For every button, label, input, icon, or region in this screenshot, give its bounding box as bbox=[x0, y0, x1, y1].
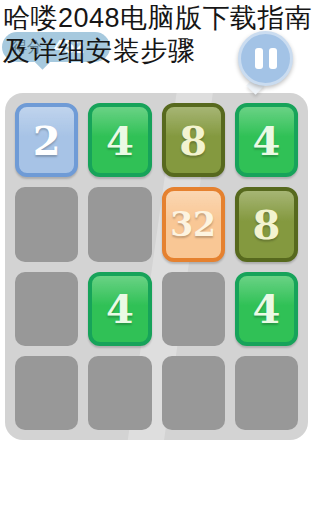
board[interactable]: 248432844 bbox=[5, 93, 308, 440]
tile-value: 32 bbox=[170, 205, 216, 244]
tile-value: 4 bbox=[106, 285, 134, 332]
empty-cell bbox=[88, 187, 151, 261]
tile-8: 8 bbox=[162, 103, 225, 177]
tile-4: 4 bbox=[235, 103, 298, 177]
tile-4: 4 bbox=[235, 272, 298, 346]
tile-8: 8 bbox=[235, 187, 298, 261]
page-title: 哈喽2048电脑版下载指南 及详细安装步骤 bbox=[3, 2, 313, 69]
empty-cell bbox=[162, 356, 225, 430]
tile-value: 4 bbox=[252, 285, 280, 332]
tile-32: 32 bbox=[162, 187, 225, 261]
tile-value: 8 bbox=[252, 201, 280, 248]
page-title-line2: 及详细安装步骤 bbox=[3, 35, 313, 68]
empty-cell bbox=[162, 272, 225, 346]
page-title-line1: 哈喽2048电脑版下载指南 bbox=[3, 2, 313, 35]
tile-value: 4 bbox=[252, 117, 280, 164]
tile-value: 4 bbox=[106, 117, 134, 164]
empty-cell bbox=[15, 272, 78, 346]
tile-value: 2 bbox=[33, 117, 61, 164]
tile-4: 4 bbox=[88, 103, 151, 177]
empty-cell bbox=[15, 187, 78, 261]
tile-2: 2 bbox=[15, 103, 78, 177]
empty-cell bbox=[235, 356, 298, 430]
empty-cell bbox=[88, 356, 151, 430]
tile-value: 8 bbox=[179, 117, 207, 164]
empty-cell bbox=[15, 356, 78, 430]
tile-4: 4 bbox=[88, 272, 151, 346]
